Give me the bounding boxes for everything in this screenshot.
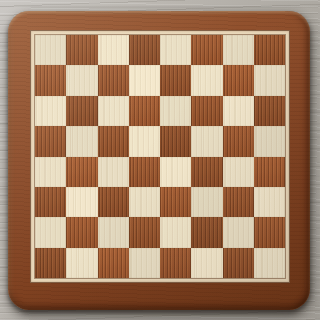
square-h4[interactable]: [254, 157, 285, 187]
square-b8[interactable]: [66, 35, 97, 65]
square-d6[interactable]: [129, 96, 160, 126]
square-f6[interactable]: [191, 96, 222, 126]
square-a8[interactable]: [35, 35, 66, 65]
square-d8[interactable]: [129, 35, 160, 65]
square-e3[interactable]: [160, 187, 191, 217]
square-f3[interactable]: [191, 187, 222, 217]
square-g2[interactable]: [223, 217, 254, 247]
square-e6[interactable]: [160, 96, 191, 126]
square-c5[interactable]: [98, 126, 129, 156]
square-f4[interactable]: [191, 157, 222, 187]
square-b4[interactable]: [66, 157, 97, 187]
square-g5[interactable]: [223, 126, 254, 156]
square-c7[interactable]: [98, 65, 129, 95]
square-e8[interactable]: [160, 35, 191, 65]
square-d5[interactable]: [129, 126, 160, 156]
square-f7[interactable]: [191, 65, 222, 95]
square-g6[interactable]: [223, 96, 254, 126]
square-c2[interactable]: [98, 217, 129, 247]
square-d3[interactable]: [129, 187, 160, 217]
board-grid: [35, 35, 285, 278]
square-g7[interactable]: [223, 65, 254, 95]
square-d1[interactable]: [129, 248, 160, 278]
square-d7[interactable]: [129, 65, 160, 95]
square-e7[interactable]: [160, 65, 191, 95]
square-c8[interactable]: [98, 35, 129, 65]
square-h6[interactable]: [254, 96, 285, 126]
square-g3[interactable]: [223, 187, 254, 217]
square-h8[interactable]: [254, 35, 285, 65]
table-surface: [0, 0, 320, 320]
board-inlay-border: [30, 30, 290, 283]
square-c4[interactable]: [98, 157, 129, 187]
square-h7[interactable]: [254, 65, 285, 95]
square-h1[interactable]: [254, 248, 285, 278]
square-b5[interactable]: [66, 126, 97, 156]
square-a7[interactable]: [35, 65, 66, 95]
square-c6[interactable]: [98, 96, 129, 126]
square-d4[interactable]: [129, 157, 160, 187]
square-d2[interactable]: [129, 217, 160, 247]
square-g4[interactable]: [223, 157, 254, 187]
square-a4[interactable]: [35, 157, 66, 187]
square-b7[interactable]: [66, 65, 97, 95]
square-e2[interactable]: [160, 217, 191, 247]
chess-board: [8, 11, 310, 310]
square-b3[interactable]: [66, 187, 97, 217]
square-a2[interactable]: [35, 217, 66, 247]
square-a1[interactable]: [35, 248, 66, 278]
square-f2[interactable]: [191, 217, 222, 247]
square-a5[interactable]: [35, 126, 66, 156]
square-e4[interactable]: [160, 157, 191, 187]
square-a3[interactable]: [35, 187, 66, 217]
square-e5[interactable]: [160, 126, 191, 156]
square-f5[interactable]: [191, 126, 222, 156]
square-h3[interactable]: [254, 187, 285, 217]
square-c1[interactable]: [98, 248, 129, 278]
square-f1[interactable]: [191, 248, 222, 278]
square-h2[interactable]: [254, 217, 285, 247]
square-g1[interactable]: [223, 248, 254, 278]
square-h5[interactable]: [254, 126, 285, 156]
square-c3[interactable]: [98, 187, 129, 217]
square-b1[interactable]: [66, 248, 97, 278]
square-f8[interactable]: [191, 35, 222, 65]
square-b6[interactable]: [66, 96, 97, 126]
square-g8[interactable]: [223, 35, 254, 65]
square-a6[interactable]: [35, 96, 66, 126]
square-b2[interactable]: [66, 217, 97, 247]
square-e1[interactable]: [160, 248, 191, 278]
